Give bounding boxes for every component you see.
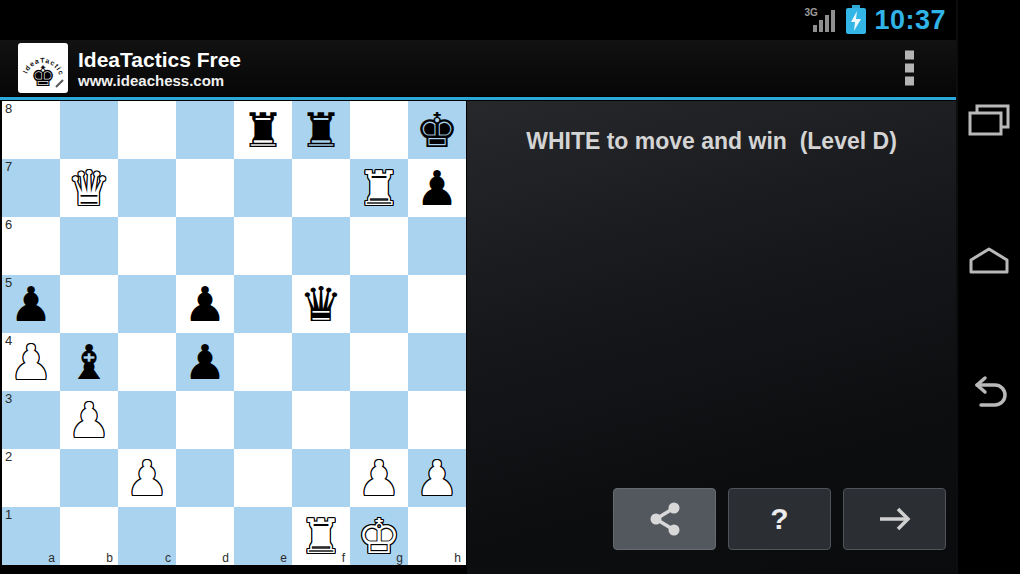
square-a5[interactable]: 5♟: [2, 275, 60, 333]
square-b8[interactable]: [60, 101, 118, 159]
rank-label-1: 1: [5, 507, 12, 522]
square-b5[interactable]: [60, 275, 118, 333]
black-queen: ♛: [292, 275, 350, 333]
rank-label-3: 3: [5, 391, 12, 406]
next-button[interactable]: [843, 488, 946, 550]
battery-charging-icon: [845, 5, 867, 35]
square-h6[interactable]: [408, 217, 466, 275]
square-c6[interactable]: [118, 217, 176, 275]
file-label-e: e: [280, 551, 287, 565]
rank-label-8: 8: [5, 101, 12, 116]
black-king: ♚: [408, 101, 466, 159]
square-b4[interactable]: ♝: [60, 333, 118, 391]
button-row: ?: [613, 488, 946, 550]
white-pawn: ♟: [118, 449, 176, 507]
file-label-g: g: [396, 551, 403, 565]
black-rook: ♜: [234, 101, 292, 159]
file-label-h: h: [454, 551, 461, 565]
square-a1[interactable]: 1a: [2, 507, 60, 565]
square-a3[interactable]: 3: [2, 391, 60, 449]
square-h2[interactable]: ♟: [408, 449, 466, 507]
share-icon: [644, 498, 686, 540]
black-pawn: ♟: [176, 333, 234, 391]
square-g4[interactable]: [350, 333, 408, 391]
square-e2[interactable]: [234, 449, 292, 507]
square-g3[interactable]: [350, 391, 408, 449]
square-e1[interactable]: e: [234, 507, 292, 565]
chess-board: 8♜♜♚7♛♜♟65♟♟♛4♟♝♟3♟2♟♟♟1abcdef♜g♚h: [2, 101, 466, 565]
square-f4[interactable]: [292, 333, 350, 391]
home-icon: [968, 245, 1010, 275]
status-bar: 3G 10:37: [0, 0, 956, 40]
square-b1[interactable]: b: [60, 507, 118, 565]
arrow-right-icon: [875, 499, 915, 539]
help-button-label: ?: [770, 502, 788, 536]
square-h8[interactable]: ♚: [408, 101, 466, 159]
square-a7[interactable]: 7: [2, 159, 60, 217]
rank-label-2: 2: [5, 449, 12, 464]
svg-text:♚: ♚: [30, 60, 55, 93]
action-bar: IdeaTactics ♚ IdeaTactics Free www.ideac…: [0, 40, 956, 96]
black-bishop: ♝: [60, 333, 118, 391]
square-e4[interactable]: [234, 333, 292, 391]
white-pawn: ♟: [60, 391, 118, 449]
square-b7[interactable]: ♛: [60, 159, 118, 217]
square-c8[interactable]: [118, 101, 176, 159]
square-d1[interactable]: d: [176, 507, 234, 565]
square-a2[interactable]: 2: [2, 449, 60, 507]
white-queen: ♛: [60, 159, 118, 217]
square-f7[interactable]: [292, 159, 350, 217]
square-d2[interactable]: [176, 449, 234, 507]
app-logo: IdeaTactics ♚: [18, 43, 68, 93]
side-panel: WHITE to move and win (Level D) ?: [467, 101, 956, 574]
file-label-d: d: [222, 551, 229, 565]
square-a4[interactable]: 4♟: [2, 333, 60, 391]
square-e7[interactable]: [234, 159, 292, 217]
app-titles: IdeaTactics Free www.ideachess.com: [78, 47, 241, 90]
clock: 10:37: [874, 5, 946, 36]
square-f8[interactable]: ♜: [292, 101, 350, 159]
square-h4[interactable]: [408, 333, 466, 391]
app-screen: 3G 10:37 IdeaTactics ♚: [0, 0, 1020, 574]
black-pawn: ♟: [176, 275, 234, 333]
back-button[interactable]: [963, 371, 1015, 419]
share-button[interactable]: [613, 488, 716, 550]
square-d5[interactable]: ♟: [176, 275, 234, 333]
home-button[interactable]: [964, 241, 1014, 283]
square-b6[interactable]: [60, 217, 118, 275]
square-c1[interactable]: c: [118, 507, 176, 565]
puzzle-prompt: WHITE to move and win (Level D): [467, 128, 956, 155]
file-label-c: c: [165, 551, 171, 565]
black-rook: ♜: [292, 101, 350, 159]
square-c2[interactable]: ♟: [118, 449, 176, 507]
square-f5[interactable]: ♛: [292, 275, 350, 333]
signal-bars-icon: [812, 8, 838, 32]
page-title: IdeaTactics Free: [78, 47, 241, 72]
recents-icon: [967, 103, 1011, 137]
white-rook: ♜: [350, 159, 408, 217]
square-d3[interactable]: [176, 391, 234, 449]
recents-button[interactable]: [963, 99, 1015, 145]
square-f2[interactable]: [292, 449, 350, 507]
square-c3[interactable]: [118, 391, 176, 449]
square-e3[interactable]: [234, 391, 292, 449]
square-g2[interactable]: ♟: [350, 449, 408, 507]
square-g7[interactable]: ♜: [350, 159, 408, 217]
help-button[interactable]: ?: [728, 488, 831, 550]
square-f3[interactable]: [292, 391, 350, 449]
file-label-a: a: [48, 551, 55, 565]
square-e6[interactable]: [234, 217, 292, 275]
square-h3[interactable]: [408, 391, 466, 449]
square-h1[interactable]: h: [408, 507, 466, 565]
square-a6[interactable]: 6: [2, 217, 60, 275]
rank-label-4: 4: [5, 333, 12, 348]
overflow-menu-icon[interactable]: [897, 43, 922, 94]
square-c4[interactable]: [118, 333, 176, 391]
square-g1[interactable]: g♚: [350, 507, 408, 565]
nav-bar: [956, 0, 1020, 574]
page-subtitle: www.ideachess.com: [78, 72, 241, 90]
square-d8[interactable]: [176, 101, 234, 159]
rank-label-6: 6: [5, 217, 12, 232]
signal-icon: 3G: [804, 6, 838, 34]
rank-label-7: 7: [5, 159, 12, 174]
square-a8[interactable]: 8: [2, 101, 60, 159]
square-f1[interactable]: f♜: [292, 507, 350, 565]
square-e8[interactable]: ♜: [234, 101, 292, 159]
square-e5[interactable]: [234, 275, 292, 333]
square-d4[interactable]: ♟: [176, 333, 234, 391]
file-label-f: f: [342, 551, 345, 565]
square-h5[interactable]: [408, 275, 466, 333]
square-g5[interactable]: [350, 275, 408, 333]
square-h7[interactable]: ♟: [408, 159, 466, 217]
rank-label-5: 5: [5, 275, 12, 290]
white-pawn: ♟: [408, 449, 466, 507]
square-c5[interactable]: [118, 275, 176, 333]
square-f6[interactable]: [292, 217, 350, 275]
square-d6[interactable]: [176, 217, 234, 275]
square-g6[interactable]: [350, 217, 408, 275]
square-b3[interactable]: ♟: [60, 391, 118, 449]
square-b2[interactable]: [60, 449, 118, 507]
square-g8[interactable]: [350, 101, 408, 159]
black-pawn: ♟: [408, 159, 466, 217]
back-icon: [967, 375, 1011, 411]
white-pawn: ♟: [350, 449, 408, 507]
square-c7[interactable]: [118, 159, 176, 217]
file-label-b: b: [106, 551, 113, 565]
square-d7[interactable]: [176, 159, 234, 217]
